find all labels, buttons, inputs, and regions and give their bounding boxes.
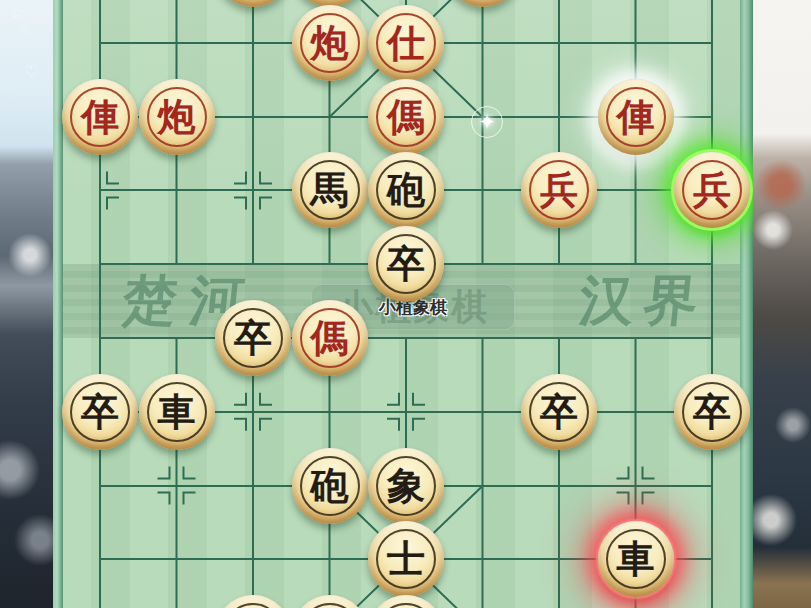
piece-character: 卒 xyxy=(540,393,578,431)
piece-character: 俥 xyxy=(617,98,655,136)
piece-black-cannon[interactable]: 砲 xyxy=(292,448,368,524)
sparkle-cursor-icon: ✦ xyxy=(471,106,503,138)
piece-character: 馬 xyxy=(311,171,349,209)
piece-black-soldier[interactable]: 卒 xyxy=(674,374,750,450)
piece-red-cannon[interactable]: 炮 xyxy=(139,79,215,155)
piece-character: 卒 xyxy=(693,393,731,431)
piece-red-advisor[interactable]: 仕 xyxy=(368,5,444,81)
piece-character: 象 xyxy=(387,467,425,505)
piece-red-horse[interactable]: 傌 xyxy=(292,300,368,376)
piece-character: 砲 xyxy=(387,171,425,209)
piece-character: 卒 xyxy=(81,393,119,431)
piece-black-chariot[interactable]: 車 xyxy=(598,521,674,597)
background-right-mountain xyxy=(753,0,811,608)
background-left-mountain: ☆ ☆ ♡ ♡ xyxy=(0,0,53,608)
star-icon: ☆ xyxy=(20,24,30,37)
piece-character: 兵 xyxy=(693,171,731,209)
piece-red-soldier[interactable]: 兵 xyxy=(674,152,750,228)
piece-ring xyxy=(376,603,436,608)
piece-character: 仕 xyxy=(387,24,425,62)
piece-black-elephant[interactable]: 象 xyxy=(368,448,444,524)
star-glint-icon: ✦ xyxy=(478,112,496,133)
xiangqi-app-screen: 楚 河 汉 界 小植象棋 小植象棋 相帥仕炮仕俥炮傌俥馬砲兵兵卒卒傌卒車卒卒砲象… xyxy=(0,0,811,608)
star-icon: ☆ xyxy=(10,2,25,22)
piece-character: 傌 xyxy=(387,98,425,136)
piece-character: 士 xyxy=(387,540,425,578)
piece-ring xyxy=(223,603,283,608)
piece-character: 俥 xyxy=(81,98,119,136)
piece-character: 車 xyxy=(617,540,655,578)
heart-icon: ♡ xyxy=(6,86,17,100)
piece-character: 兵 xyxy=(540,171,578,209)
piece-red-chariot[interactable]: 俥 xyxy=(598,79,674,155)
piece-black-advisor[interactable]: 士 xyxy=(368,521,444,597)
piece-black-soldier[interactable]: 卒 xyxy=(215,300,291,376)
piece-character: 炮 xyxy=(158,98,196,136)
piece-black-cannon[interactable]: 砲 xyxy=(368,152,444,228)
piece-character: 車 xyxy=(158,393,196,431)
piece-black-chariot[interactable]: 車 xyxy=(139,374,215,450)
piece-character: 卒 xyxy=(234,319,272,357)
piece-character: 炮 xyxy=(311,24,349,62)
piece-character: 砲 xyxy=(311,467,349,505)
piece-black-soldier[interactable]: 卒 xyxy=(521,374,597,450)
heart-icon: ♡ xyxy=(24,62,38,81)
piece-character: 卒 xyxy=(387,245,425,283)
piece-red-cannon[interactable]: 炮 xyxy=(292,5,368,81)
piece-ring xyxy=(300,603,360,608)
piece-red-soldier[interactable]: 兵 xyxy=(521,152,597,228)
piece-red-chariot[interactable]: 俥 xyxy=(62,79,138,155)
piece-black-soldier[interactable]: 卒 xyxy=(62,374,138,450)
piece-black-soldier[interactable]: 卒 xyxy=(368,226,444,302)
piece-black-horse[interactable]: 馬 xyxy=(292,152,368,228)
piece-red-horse[interactable]: 傌 xyxy=(368,79,444,155)
piece-character: 傌 xyxy=(311,319,349,357)
